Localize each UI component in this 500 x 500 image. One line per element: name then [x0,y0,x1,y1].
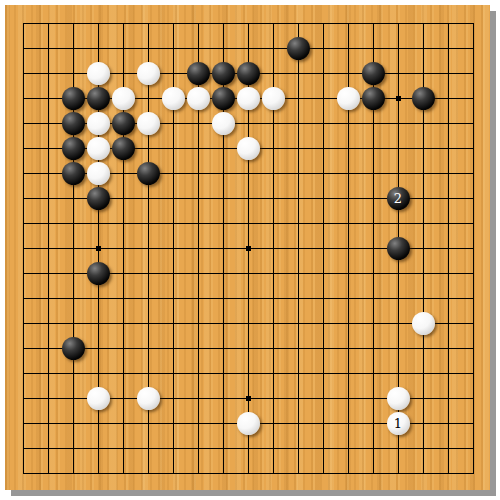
intersection-5-12[interactable] [136,311,161,336]
intersection-9-11[interactable] [236,286,261,311]
intersection-18-0[interactable] [461,11,486,36]
intersection-12-13[interactable] [311,336,336,361]
intersection-15-10[interactable] [386,261,411,286]
intersection-9-3[interactable] [236,86,261,111]
intersection-4-11[interactable] [111,286,136,311]
intersection-9-6[interactable] [236,161,261,186]
intersection-8-12[interactable] [211,311,236,336]
intersection-17-2[interactable] [436,61,461,86]
intersection-12-8[interactable] [311,211,336,236]
intersection-11-7[interactable] [286,186,311,211]
intersection-16-18[interactable] [411,461,436,486]
intersection-13-11[interactable] [336,286,361,311]
intersection-9-17[interactable] [236,436,261,461]
intersection-15-5[interactable] [386,136,411,161]
intersection-18-5[interactable] [461,136,486,161]
intersection-17-10[interactable] [436,261,461,286]
intersection-1-7[interactable] [36,186,61,211]
intersection-0-0[interactable] [11,11,36,36]
intersection-2-4[interactable] [61,111,86,136]
intersection-16-14[interactable] [411,361,436,386]
intersection-2-14[interactable] [61,361,86,386]
intersection-3-15[interactable] [86,386,111,411]
intersection-9-0[interactable] [236,11,261,36]
intersection-9-8[interactable] [236,211,261,236]
intersection-18-12[interactable] [461,311,486,336]
intersection-7-3[interactable] [186,86,211,111]
intersection-11-13[interactable] [286,336,311,361]
intersection-14-1[interactable] [361,36,386,61]
intersection-5-3[interactable] [136,86,161,111]
intersection-9-5[interactable] [236,136,261,161]
intersection-7-14[interactable] [186,361,211,386]
intersection-18-17[interactable] [461,436,486,461]
intersection-17-11[interactable] [436,286,461,311]
intersection-6-17[interactable] [161,436,186,461]
intersection-5-7[interactable] [136,186,161,211]
intersection-4-12[interactable] [111,311,136,336]
intersection-7-5[interactable] [186,136,211,161]
intersection-10-9[interactable] [261,236,286,261]
intersection-14-12[interactable] [361,311,386,336]
intersection-11-3[interactable] [286,86,311,111]
intersection-17-12[interactable] [436,311,461,336]
intersection-12-14[interactable] [311,361,336,386]
intersection-16-17[interactable] [411,436,436,461]
intersection-18-10[interactable] [461,261,486,286]
intersection-0-17[interactable] [11,436,36,461]
intersection-14-13[interactable] [361,336,386,361]
intersection-14-17[interactable] [361,436,386,461]
intersection-7-17[interactable] [186,436,211,461]
intersection-15-8[interactable] [386,211,411,236]
intersection-12-15[interactable] [311,386,336,411]
intersection-6-18[interactable] [161,461,186,486]
intersection-3-13[interactable] [86,336,111,361]
intersection-14-9[interactable] [361,236,386,261]
intersection-13-8[interactable] [336,211,361,236]
intersection-18-7[interactable] [461,186,486,211]
intersection-15-1[interactable] [386,36,411,61]
intersection-0-15[interactable] [11,386,36,411]
intersection-2-9[interactable] [61,236,86,261]
intersection-3-2[interactable] [86,61,111,86]
intersection-8-0[interactable] [211,11,236,36]
intersection-7-10[interactable] [186,261,211,286]
intersection-0-3[interactable] [11,86,36,111]
intersection-1-16[interactable] [36,411,61,436]
intersection-16-13[interactable] [411,336,436,361]
intersection-10-5[interactable] [261,136,286,161]
intersection-10-14[interactable] [261,361,286,386]
intersection-5-18[interactable] [136,461,161,486]
intersection-9-9[interactable] [236,236,261,261]
intersection-17-3[interactable] [436,86,461,111]
intersection-6-13[interactable] [161,336,186,361]
intersection-4-3[interactable] [111,86,136,111]
intersection-14-0[interactable] [361,11,386,36]
intersection-15-3[interactable] [386,86,411,111]
intersection-1-8[interactable] [36,211,61,236]
intersection-6-8[interactable] [161,211,186,236]
intersection-1-1[interactable] [36,36,61,61]
intersection-16-10[interactable] [411,261,436,286]
intersection-14-4[interactable] [361,111,386,136]
intersection-0-2[interactable] [11,61,36,86]
intersection-17-4[interactable] [436,111,461,136]
intersection-17-13[interactable] [436,336,461,361]
intersection-0-5[interactable] [11,136,36,161]
intersection-16-16[interactable] [411,411,436,436]
intersection-18-11[interactable] [461,286,486,311]
intersection-7-9[interactable] [186,236,211,261]
intersection-3-14[interactable] [86,361,111,386]
intersection-15-11[interactable] [386,286,411,311]
intersection-0-9[interactable] [11,236,36,261]
intersection-13-16[interactable] [336,411,361,436]
intersection-2-13[interactable] [61,336,86,361]
intersection-8-11[interactable] [211,286,236,311]
intersection-4-9[interactable] [111,236,136,261]
intersection-1-14[interactable] [36,361,61,386]
intersection-12-12[interactable] [311,311,336,336]
intersection-5-15[interactable] [136,386,161,411]
intersection-13-18[interactable] [336,461,361,486]
intersection-3-1[interactable] [86,36,111,61]
intersection-6-4[interactable] [161,111,186,136]
intersection-6-9[interactable] [161,236,186,261]
intersection-17-6[interactable] [436,161,461,186]
intersection-2-3[interactable] [61,86,86,111]
intersection-16-5[interactable] [411,136,436,161]
intersection-12-2[interactable] [311,61,336,86]
intersection-10-17[interactable] [261,436,286,461]
intersection-11-9[interactable] [286,236,311,261]
intersection-16-9[interactable] [411,236,436,261]
intersection-9-1[interactable] [236,36,261,61]
intersection-7-11[interactable] [186,286,211,311]
intersection-0-12[interactable] [11,311,36,336]
intersection-18-2[interactable] [461,61,486,86]
intersection-14-15[interactable] [361,386,386,411]
intersection-15-4[interactable] [386,111,411,136]
intersection-9-16[interactable] [236,411,261,436]
intersection-18-8[interactable] [461,211,486,236]
intersection-5-2[interactable] [136,61,161,86]
intersection-5-4[interactable] [136,111,161,136]
intersection-1-4[interactable] [36,111,61,136]
intersection-2-2[interactable] [61,61,86,86]
intersection-13-4[interactable] [336,111,361,136]
intersection-4-7[interactable] [111,186,136,211]
intersection-2-8[interactable] [61,211,86,236]
intersection-6-6[interactable] [161,161,186,186]
intersection-11-6[interactable] [286,161,311,186]
intersection-1-11[interactable] [36,286,61,311]
intersection-1-15[interactable] [36,386,61,411]
intersection-2-0[interactable] [61,11,86,36]
intersection-11-5[interactable] [286,136,311,161]
intersection-0-7[interactable] [11,186,36,211]
intersection-12-3[interactable] [311,86,336,111]
intersection-12-4[interactable] [311,111,336,136]
intersection-1-12[interactable] [36,311,61,336]
intersection-13-3[interactable] [336,86,361,111]
intersection-9-2[interactable] [236,61,261,86]
intersection-11-11[interactable] [286,286,311,311]
intersection-12-1[interactable] [311,36,336,61]
intersection-11-16[interactable] [286,411,311,436]
intersection-16-12[interactable] [411,311,436,336]
intersection-16-11[interactable] [411,286,436,311]
intersection-11-1[interactable] [286,36,311,61]
intersection-15-6[interactable] [386,161,411,186]
intersection-10-1[interactable] [261,36,286,61]
intersection-16-2[interactable] [411,61,436,86]
intersection-8-9[interactable] [211,236,236,261]
intersection-15-13[interactable] [386,336,411,361]
intersection-3-7[interactable] [86,186,111,211]
intersection-7-13[interactable] [186,336,211,361]
intersection-7-1[interactable] [186,36,211,61]
intersection-8-2[interactable] [211,61,236,86]
intersection-3-5[interactable] [86,136,111,161]
intersection-6-10[interactable] [161,261,186,286]
intersection-0-6[interactable] [11,161,36,186]
intersection-12-7[interactable] [311,186,336,211]
intersection-7-4[interactable] [186,111,211,136]
intersection-3-3[interactable] [86,86,111,111]
intersection-2-7[interactable] [61,186,86,211]
intersection-16-4[interactable] [411,111,436,136]
intersection-15-7[interactable]: 2 [386,186,411,211]
intersection-10-12[interactable] [261,311,286,336]
intersection-12-0[interactable] [311,11,336,36]
intersection-18-3[interactable] [461,86,486,111]
intersection-18-18[interactable] [461,461,486,486]
intersection-1-17[interactable] [36,436,61,461]
intersection-7-2[interactable] [186,61,211,86]
intersection-10-6[interactable] [261,161,286,186]
intersection-3-11[interactable] [86,286,111,311]
intersection-8-8[interactable] [211,211,236,236]
intersection-14-11[interactable] [361,286,386,311]
intersection-5-13[interactable] [136,336,161,361]
intersection-7-6[interactable] [186,161,211,186]
intersection-8-18[interactable] [211,461,236,486]
intersection-1-9[interactable] [36,236,61,261]
intersection-18-14[interactable] [461,361,486,386]
intersection-9-18[interactable] [236,461,261,486]
intersection-6-2[interactable] [161,61,186,86]
intersection-0-10[interactable] [11,261,36,286]
intersection-14-3[interactable] [361,86,386,111]
intersection-11-12[interactable] [286,311,311,336]
intersection-15-12[interactable] [386,311,411,336]
intersection-11-18[interactable] [286,461,311,486]
intersection-2-16[interactable] [61,411,86,436]
intersection-13-17[interactable] [336,436,361,461]
intersection-4-1[interactable] [111,36,136,61]
intersection-17-7[interactable] [436,186,461,211]
intersection-14-16[interactable] [361,411,386,436]
intersection-13-15[interactable] [336,386,361,411]
intersection-9-13[interactable] [236,336,261,361]
intersection-1-13[interactable] [36,336,61,361]
intersection-12-17[interactable] [311,436,336,461]
intersection-12-16[interactable] [311,411,336,436]
intersection-0-11[interactable] [11,286,36,311]
intersection-10-2[interactable] [261,61,286,86]
intersection-10-13[interactable] [261,336,286,361]
intersection-13-5[interactable] [336,136,361,161]
intersection-1-6[interactable] [36,161,61,186]
intersection-17-9[interactable] [436,236,461,261]
intersection-15-18[interactable] [386,461,411,486]
intersection-14-7[interactable] [361,186,386,211]
intersection-10-4[interactable] [261,111,286,136]
intersection-4-18[interactable] [111,461,136,486]
intersection-2-1[interactable] [61,36,86,61]
intersection-1-10[interactable] [36,261,61,286]
intersection-17-0[interactable] [436,11,461,36]
intersection-12-5[interactable] [311,136,336,161]
intersection-5-16[interactable] [136,411,161,436]
intersection-9-15[interactable] [236,386,261,411]
intersection-4-8[interactable] [111,211,136,236]
intersection-12-10[interactable] [311,261,336,286]
intersection-5-6[interactable] [136,161,161,186]
intersection-7-15[interactable] [186,386,211,411]
intersection-15-9[interactable] [386,236,411,261]
intersection-7-0[interactable] [186,11,211,36]
intersection-6-11[interactable] [161,286,186,311]
intersection-2-5[interactable] [61,136,86,161]
intersection-10-8[interactable] [261,211,286,236]
intersection-14-10[interactable] [361,261,386,286]
intersection-2-18[interactable] [61,461,86,486]
intersection-14-6[interactable] [361,161,386,186]
intersection-4-14[interactable] [111,361,136,386]
intersection-3-6[interactable] [86,161,111,186]
intersection-5-0[interactable] [136,11,161,36]
intersection-0-16[interactable] [11,411,36,436]
intersection-17-1[interactable] [436,36,461,61]
intersection-3-16[interactable] [86,411,111,436]
intersection-17-14[interactable] [436,361,461,386]
intersection-0-13[interactable] [11,336,36,361]
intersection-5-5[interactable] [136,136,161,161]
intersection-14-5[interactable] [361,136,386,161]
intersection-2-11[interactable] [61,286,86,311]
intersection-16-7[interactable] [411,186,436,211]
intersection-0-4[interactable] [11,111,36,136]
intersection-0-14[interactable] [11,361,36,386]
intersection-11-14[interactable] [286,361,311,386]
intersection-4-17[interactable] [111,436,136,461]
intersection-5-8[interactable] [136,211,161,236]
intersection-7-16[interactable] [186,411,211,436]
intersection-5-17[interactable] [136,436,161,461]
intersection-16-6[interactable] [411,161,436,186]
intersection-1-0[interactable] [36,11,61,36]
intersection-2-17[interactable] [61,436,86,461]
intersection-11-15[interactable] [286,386,311,411]
intersection-3-4[interactable] [86,111,111,136]
intersection-17-8[interactable] [436,211,461,236]
intersection-8-7[interactable] [211,186,236,211]
intersection-4-10[interactable] [111,261,136,286]
intersection-18-6[interactable] [461,161,486,186]
intersection-10-18[interactable] [261,461,286,486]
intersection-11-10[interactable] [286,261,311,286]
intersection-14-2[interactable] [361,61,386,86]
intersection-15-14[interactable] [386,361,411,386]
intersection-16-0[interactable] [411,11,436,36]
intersection-1-2[interactable] [36,61,61,86]
intersection-10-10[interactable] [261,261,286,286]
intersection-13-0[interactable] [336,11,361,36]
intersection-11-17[interactable] [286,436,311,461]
intersection-3-12[interactable] [86,311,111,336]
intersection-3-0[interactable] [86,11,111,36]
intersection-10-7[interactable] [261,186,286,211]
intersection-11-2[interactable] [286,61,311,86]
intersection-12-9[interactable] [311,236,336,261]
intersection-6-5[interactable] [161,136,186,161]
intersection-8-3[interactable] [211,86,236,111]
intersection-0-1[interactable] [11,36,36,61]
intersection-4-15[interactable] [111,386,136,411]
intersection-14-14[interactable] [361,361,386,386]
intersection-8-1[interactable] [211,36,236,61]
intersection-18-1[interactable] [461,36,486,61]
intersection-3-9[interactable] [86,236,111,261]
intersection-14-18[interactable] [361,461,386,486]
intersection-8-14[interactable] [211,361,236,386]
intersection-5-1[interactable] [136,36,161,61]
intersection-10-16[interactable] [261,411,286,436]
intersection-2-12[interactable] [61,311,86,336]
intersection-8-5[interactable] [211,136,236,161]
intersection-16-8[interactable] [411,211,436,236]
intersection-6-14[interactable] [161,361,186,386]
intersection-1-5[interactable] [36,136,61,161]
intersection-4-13[interactable] [111,336,136,361]
intersection-18-4[interactable] [461,111,486,136]
intersection-17-16[interactable] [436,411,461,436]
intersection-12-18[interactable] [311,461,336,486]
intersection-16-1[interactable] [411,36,436,61]
intersection-18-9[interactable] [461,236,486,261]
intersection-7-7[interactable] [186,186,211,211]
intersection-6-15[interactable] [161,386,186,411]
intersection-4-6[interactable] [111,161,136,186]
intersection-0-18[interactable] [11,461,36,486]
intersection-12-11[interactable] [311,286,336,311]
intersection-9-14[interactable] [236,361,261,386]
intersection-18-16[interactable] [461,411,486,436]
intersection-5-10[interactable] [136,261,161,286]
intersection-13-6[interactable] [336,161,361,186]
intersection-18-13[interactable] [461,336,486,361]
intersection-3-17[interactable] [86,436,111,461]
intersection-1-3[interactable] [36,86,61,111]
intersection-13-7[interactable] [336,186,361,211]
intersection-9-10[interactable] [236,261,261,286]
intersection-7-18[interactable] [186,461,211,486]
intersection-7-12[interactable] [186,311,211,336]
